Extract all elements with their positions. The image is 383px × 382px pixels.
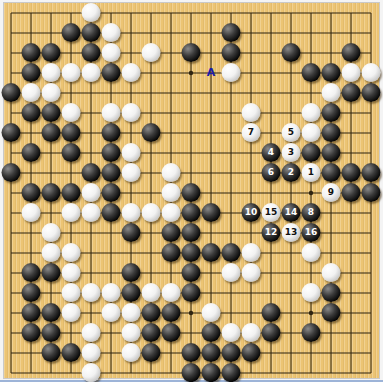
black-stone — [182, 363, 201, 382]
black-stone — [42, 343, 61, 362]
black-stone — [142, 323, 161, 342]
board-point[interactable] — [361, 43, 381, 63]
board-point[interactable] — [281, 83, 301, 103]
board-point[interactable] — [281, 183, 301, 203]
board-point[interactable] — [181, 3, 201, 23]
board-point[interactable] — [241, 63, 261, 83]
board-point[interactable] — [221, 183, 241, 203]
board-point[interactable] — [141, 183, 161, 203]
black-stone — [182, 243, 201, 262]
white-stone — [302, 103, 321, 122]
white-stone — [162, 203, 181, 222]
black-stone — [322, 283, 341, 302]
black-stone — [362, 83, 381, 102]
board-point[interactable] — [341, 143, 361, 163]
black-stone — [362, 163, 381, 182]
board-point[interactable] — [161, 3, 181, 23]
board-point[interactable] — [281, 303, 301, 323]
black-stone — [22, 283, 41, 302]
board-point[interactable] — [201, 163, 221, 183]
board-point[interactable] — [21, 123, 41, 143]
board-point[interactable] — [1, 23, 21, 43]
board-point[interactable] — [101, 363, 121, 382]
move-4-stone: 4 — [262, 143, 281, 162]
board-point[interactable] — [141, 223, 161, 243]
white-stone — [122, 143, 141, 162]
white-stone — [242, 323, 261, 342]
board-window: 754362191015148121316A — [0, 0, 383, 382]
black-stone — [342, 83, 361, 102]
board-point[interactable] — [21, 223, 41, 243]
black-stone — [102, 123, 121, 142]
white-stone — [42, 83, 61, 102]
white-stone — [62, 203, 81, 222]
board-point[interactable] — [161, 143, 181, 163]
board-point[interactable] — [341, 343, 361, 363]
black-stone — [22, 183, 41, 202]
black-stone — [162, 323, 181, 342]
white-stone — [22, 83, 41, 102]
white-stone — [62, 63, 81, 82]
board-point[interactable] — [261, 263, 281, 283]
board-point[interactable] — [21, 343, 41, 363]
board-point[interactable] — [221, 163, 241, 183]
board-point[interactable] — [21, 243, 41, 263]
board-point[interactable] — [221, 103, 241, 123]
white-stone — [122, 103, 141, 122]
board-point[interactable] — [281, 243, 301, 263]
board-point[interactable] — [1, 263, 21, 283]
white-stone — [42, 63, 61, 82]
board-point[interactable] — [1, 43, 21, 63]
board-point[interactable] — [281, 363, 301, 382]
board-point[interactable] — [341, 363, 361, 382]
move-13-stone: 13 — [282, 223, 301, 242]
black-stone — [2, 123, 21, 142]
black-stone — [122, 283, 141, 302]
black-stone — [142, 123, 161, 142]
board-point[interactable] — [201, 123, 221, 143]
board-point[interactable] — [321, 223, 341, 243]
board-point[interactable] — [1, 103, 21, 123]
board-point[interactable] — [181, 323, 201, 343]
black-stone — [202, 323, 221, 342]
white-stone — [122, 343, 141, 362]
board-point[interactable] — [241, 163, 261, 183]
board-point[interactable] — [181, 143, 201, 163]
board-point[interactable] — [281, 343, 301, 363]
black-stone — [42, 183, 61, 202]
board-point[interactable] — [321, 23, 341, 43]
board-point[interactable] — [121, 183, 141, 203]
board-point[interactable] — [241, 223, 261, 243]
white-stone — [62, 283, 81, 302]
board-point[interactable] — [41, 23, 61, 43]
board-point[interactable] — [221, 143, 241, 163]
board-point[interactable] — [241, 283, 261, 303]
black-stone — [222, 343, 241, 362]
board-point[interactable] — [101, 243, 121, 263]
board-point[interactable] — [121, 43, 141, 63]
black-stone — [102, 63, 121, 82]
board-point[interactable] — [1, 323, 21, 343]
board-point[interactable] — [361, 3, 381, 23]
board-point[interactable] — [301, 23, 321, 43]
label-A: A — [207, 66, 216, 79]
board-point[interactable] — [121, 23, 141, 43]
board-point[interactable] — [141, 163, 161, 183]
board-point[interactable] — [141, 103, 161, 123]
board-point[interactable] — [301, 263, 321, 283]
black-stone — [342, 43, 361, 62]
board-point[interactable] — [81, 123, 101, 143]
board-point[interactable] — [341, 263, 361, 283]
board-point[interactable] — [61, 323, 81, 343]
board-point[interactable] — [241, 83, 261, 103]
board-point[interactable] — [241, 43, 261, 63]
board-point[interactable] — [81, 263, 101, 283]
board-point[interactable] — [161, 83, 181, 103]
board-point[interactable] — [61, 43, 81, 63]
board-point[interactable] — [281, 23, 301, 43]
board-point[interactable] — [141, 63, 161, 83]
white-stone — [82, 203, 101, 222]
board-point[interactable] — [1, 143, 21, 163]
board-point[interactable] — [281, 103, 301, 123]
black-stone — [202, 243, 221, 262]
board-point[interactable] — [361, 203, 381, 223]
board-point[interactable] — [121, 3, 141, 23]
board-point[interactable] — [281, 263, 301, 283]
white-stone — [102, 103, 121, 122]
white-stone — [342, 63, 361, 82]
board-point[interactable] — [261, 243, 281, 263]
black-stone — [342, 183, 361, 202]
board-point[interactable] — [41, 203, 61, 223]
black-stone — [82, 23, 101, 42]
board-point[interactable] — [121, 243, 141, 263]
board-point[interactable] — [161, 343, 181, 363]
white-stone — [102, 303, 121, 322]
board-point[interactable] — [221, 203, 241, 223]
board-point[interactable] — [241, 183, 261, 203]
board-point[interactable] — [221, 223, 241, 243]
board-point[interactable] — [301, 183, 321, 203]
board-point[interactable] — [361, 263, 381, 283]
move-14-stone: 14 — [282, 203, 301, 222]
board-point[interactable] — [41, 3, 61, 23]
board-point[interactable] — [301, 343, 321, 363]
board-point[interactable] — [261, 63, 281, 83]
black-stone — [202, 363, 221, 382]
board-point[interactable] — [261, 23, 281, 43]
board-point[interactable] — [1, 3, 21, 23]
board-point[interactable] — [261, 283, 281, 303]
move-12-stone: 12 — [262, 223, 281, 242]
white-stone — [302, 283, 321, 302]
white-stone — [102, 23, 121, 42]
board-point[interactable] — [341, 3, 361, 23]
move-16-stone: 16 — [302, 223, 321, 242]
board-point[interactable] — [141, 363, 161, 382]
board-point[interactable] — [121, 83, 141, 103]
black-stone — [322, 63, 341, 82]
board-point[interactable] — [201, 23, 221, 43]
board-point[interactable] — [241, 303, 261, 323]
board-point[interactable] — [61, 3, 81, 23]
board-point[interactable] — [221, 83, 241, 103]
board-point[interactable] — [1, 343, 21, 363]
white-stone — [142, 203, 161, 222]
board-point[interactable] — [1, 283, 21, 303]
board-point[interactable] — [241, 3, 261, 23]
black-stone — [42, 103, 61, 122]
board-point[interactable] — [121, 363, 141, 382]
board-point[interactable] — [181, 123, 201, 143]
board-point[interactable] — [341, 323, 361, 343]
black-stone — [262, 323, 281, 342]
white-stone — [42, 243, 61, 262]
white-stone — [202, 303, 221, 322]
board-point[interactable] — [21, 23, 41, 43]
white-stone — [242, 243, 261, 262]
board-point[interactable] — [221, 303, 241, 323]
board-point[interactable] — [301, 303, 321, 323]
white-stone — [22, 203, 41, 222]
board-point[interactable] — [261, 343, 281, 363]
white-stone — [362, 63, 381, 82]
board-point[interactable] — [361, 363, 381, 382]
board-point[interactable] — [261, 123, 281, 143]
board-point[interactable] — [141, 3, 161, 23]
board-point[interactable] — [241, 23, 261, 43]
white-stone — [162, 283, 181, 302]
white-stone — [82, 3, 101, 22]
board-point[interactable] — [301, 363, 321, 382]
board-point[interactable] — [81, 243, 101, 263]
board-point[interactable] — [361, 223, 381, 243]
board-point[interactable] — [101, 3, 121, 23]
board-point[interactable] — [341, 223, 361, 243]
board-point[interactable] — [21, 363, 41, 382]
board-point[interactable] — [201, 83, 221, 103]
board-point[interactable] — [361, 23, 381, 43]
board-point[interactable] — [141, 263, 161, 283]
board-point[interactable] — [81, 303, 101, 323]
board-point[interactable] — [241, 363, 261, 382]
board-point[interactable] — [101, 263, 121, 283]
board-point[interactable] — [41, 163, 61, 183]
board-point[interactable] — [21, 163, 41, 183]
board-point[interactable] — [321, 323, 341, 343]
board-point[interactable] — [341, 283, 361, 303]
black-stone — [102, 203, 121, 222]
board-point[interactable] — [41, 143, 61, 163]
black-stone — [322, 123, 341, 142]
white-stone — [82, 323, 101, 342]
board-point[interactable] — [61, 83, 81, 103]
black-stone — [62, 23, 81, 42]
black-stone — [182, 283, 201, 302]
board-point[interactable] — [321, 363, 341, 382]
board-point[interactable] — [161, 23, 181, 43]
board-point[interactable] — [161, 43, 181, 63]
board-point[interactable] — [161, 103, 181, 123]
move-6-stone: 6 — [262, 163, 281, 182]
white-stone — [222, 263, 241, 282]
board-point[interactable] — [321, 3, 341, 23]
board-point[interactable] — [1, 203, 21, 223]
board-point[interactable] — [181, 83, 201, 103]
black-stone — [42, 123, 61, 142]
board-point[interactable] — [261, 363, 281, 382]
board-point[interactable] — [141, 23, 161, 43]
black-stone — [82, 43, 101, 62]
black-stone — [182, 263, 201, 282]
board-point[interactable] — [181, 163, 201, 183]
black-stone — [42, 43, 61, 62]
board-point[interactable] — [181, 103, 201, 123]
board-point[interactable] — [301, 3, 321, 23]
black-stone — [322, 103, 341, 122]
board-point[interactable] — [361, 123, 381, 143]
board-point[interactable] — [81, 143, 101, 163]
black-stone — [2, 163, 21, 182]
board-point[interactable] — [361, 323, 381, 343]
board-point[interactable] — [321, 243, 341, 263]
board-point[interactable] — [61, 363, 81, 382]
black-stone — [142, 303, 161, 322]
board-point[interactable] — [321, 203, 341, 223]
board-point[interactable] — [221, 3, 241, 23]
board-point[interactable] — [341, 103, 361, 123]
black-stone — [322, 163, 341, 182]
board-point[interactable] — [201, 143, 221, 163]
board-point[interactable] — [201, 103, 221, 123]
black-stone — [162, 303, 181, 322]
black-stone — [162, 243, 181, 262]
board-point[interactable] — [161, 263, 181, 283]
white-stone — [62, 243, 81, 262]
board-point[interactable] — [101, 343, 121, 363]
black-stone — [42, 263, 61, 282]
board-point[interactable] — [361, 243, 381, 263]
board-point[interactable] — [261, 183, 281, 203]
board-point[interactable] — [321, 343, 341, 363]
board-point[interactable] — [81, 83, 101, 103]
board-point[interactable] — [281, 63, 301, 83]
board-point[interactable] — [21, 3, 41, 23]
board-point[interactable] — [1, 243, 21, 263]
board-point[interactable] — [201, 223, 221, 243]
board-point[interactable] — [301, 83, 321, 103]
board-point[interactable] — [261, 83, 281, 103]
board-point[interactable] — [81, 103, 101, 123]
board-point[interactable] — [301, 43, 321, 63]
black-stone — [302, 143, 321, 162]
board-point[interactable] — [361, 283, 381, 303]
board-point[interactable] — [41, 363, 61, 382]
black-stone — [2, 83, 21, 102]
board-point[interactable] — [1, 223, 21, 243]
board-point[interactable] — [141, 83, 161, 103]
board-point[interactable] — [201, 263, 221, 283]
black-stone — [182, 183, 201, 202]
board-point[interactable] — [261, 103, 281, 123]
board-point[interactable] — [1, 363, 21, 382]
white-stone — [242, 263, 261, 282]
black-stone — [302, 323, 321, 342]
board-point[interactable] — [321, 43, 341, 63]
board-point[interactable] — [161, 363, 181, 382]
board-point[interactable] — [1, 183, 21, 203]
board-point[interactable] — [1, 63, 21, 83]
board-point[interactable] — [341, 243, 361, 263]
board-point[interactable] — [201, 3, 221, 23]
white-stone — [162, 163, 181, 182]
board-point[interactable] — [1, 303, 21, 323]
white-stone — [122, 203, 141, 222]
board-point[interactable] — [361, 343, 381, 363]
board-point[interactable] — [341, 23, 361, 43]
board-point[interactable] — [361, 103, 381, 123]
board-point[interactable] — [61, 163, 81, 183]
board-point[interactable] — [61, 223, 81, 243]
move-7-stone: 7 — [242, 123, 261, 142]
board-point[interactable] — [121, 123, 141, 143]
board-point[interactable] — [281, 323, 301, 343]
board-point[interactable] — [201, 283, 221, 303]
black-stone — [222, 23, 241, 42]
board-point[interactable] — [101, 223, 121, 243]
board-point[interactable] — [181, 63, 201, 83]
black-stone — [102, 183, 121, 202]
board-point[interactable] — [141, 243, 161, 263]
board-point[interactable] — [241, 143, 261, 163]
board-point[interactable] — [81, 223, 101, 243]
board-point[interactable] — [201, 183, 221, 203]
board-point[interactable] — [341, 123, 361, 143]
board-point[interactable] — [361, 303, 381, 323]
board-point[interactable] — [181, 303, 201, 323]
board-point[interactable] — [341, 203, 361, 223]
board-point[interactable] — [221, 123, 241, 143]
board-point[interactable] — [161, 63, 181, 83]
black-stone — [182, 203, 201, 222]
board-point[interactable] — [141, 143, 161, 163]
board-point[interactable] — [261, 43, 281, 63]
white-stone — [162, 183, 181, 202]
board-point[interactable] — [161, 123, 181, 143]
board-point[interactable] — [101, 83, 121, 103]
black-stone — [242, 343, 261, 362]
black-stone — [182, 43, 201, 62]
board-point[interactable] — [101, 323, 121, 343]
black-stone — [62, 143, 81, 162]
board-point[interactable] — [361, 143, 381, 163]
board-point[interactable] — [201, 43, 221, 63]
board-point[interactable] — [41, 283, 61, 303]
board-point[interactable] — [261, 3, 281, 23]
board-point[interactable] — [221, 283, 241, 303]
board-point[interactable] — [281, 283, 301, 303]
white-stone — [102, 43, 121, 62]
board-point[interactable] — [281, 3, 301, 23]
black-stone — [102, 143, 121, 162]
board-point[interactable] — [181, 23, 201, 43]
board-point[interactable] — [341, 303, 361, 323]
white-stone — [122, 303, 141, 322]
